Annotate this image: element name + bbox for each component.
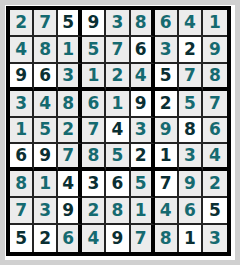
cell-r4c8[interactable]: 5 bbox=[179, 91, 203, 118]
cell-r6c1[interactable]: 6 bbox=[10, 144, 34, 171]
cell-r1c6[interactable]: 8 bbox=[131, 10, 155, 37]
cell-r9c8[interactable]: 1 bbox=[179, 225, 203, 252]
cell-r7c7[interactable]: 7 bbox=[155, 171, 179, 198]
cell-r6c7[interactable]: 1 bbox=[155, 144, 179, 171]
cell-r1c1[interactable]: 2 bbox=[10, 10, 34, 37]
cell-r8c3[interactable]: 9 bbox=[58, 198, 82, 225]
cell-r4c7[interactable]: 2 bbox=[155, 91, 179, 118]
cell-r4c6[interactable]: 9 bbox=[131, 91, 155, 118]
cell-r7c6[interactable]: 5 bbox=[131, 171, 155, 198]
cell-r5c3[interactable]: 2 bbox=[58, 118, 82, 145]
cell-r2c7[interactable]: 3 bbox=[155, 37, 179, 64]
cell-r3c3[interactable]: 3 bbox=[58, 64, 82, 91]
cell-r6c5[interactable]: 5 bbox=[106, 144, 130, 171]
cell-r5c7[interactable]: 9 bbox=[155, 118, 179, 145]
cell-r5c4[interactable]: 7 bbox=[82, 118, 106, 145]
cell-r3c8[interactable]: 7 bbox=[179, 64, 203, 91]
cell-r4c1[interactable]: 3 bbox=[10, 91, 34, 118]
cell-r3c9[interactable]: 8 bbox=[203, 64, 227, 91]
cell-r4c2[interactable]: 4 bbox=[34, 91, 58, 118]
cell-r2c6[interactable]: 6 bbox=[131, 37, 155, 64]
cell-r2c2[interactable]: 8 bbox=[34, 37, 58, 64]
cell-r3c4[interactable]: 1 bbox=[82, 64, 106, 91]
cell-r9c7[interactable]: 8 bbox=[155, 225, 179, 252]
cell-r9c4[interactable]: 4 bbox=[82, 225, 106, 252]
cell-r9c2[interactable]: 2 bbox=[34, 225, 58, 252]
cell-r5c2[interactable]: 5 bbox=[34, 118, 58, 145]
cell-r1c2[interactable]: 7 bbox=[34, 10, 58, 37]
cell-r2c4[interactable]: 5 bbox=[82, 37, 106, 64]
cell-r6c9[interactable]: 4 bbox=[203, 144, 227, 171]
board-frame: 2759386414815763299631245783486192571527… bbox=[0, 0, 240, 265]
cell-r2c9[interactable]: 9 bbox=[203, 37, 227, 64]
cell-r4c4[interactable]: 6 bbox=[82, 91, 106, 118]
cell-r7c8[interactable]: 9 bbox=[179, 171, 203, 198]
cell-r4c5[interactable]: 1 bbox=[106, 91, 130, 118]
cell-r6c8[interactable]: 3 bbox=[179, 144, 203, 171]
cell-r5c5[interactable]: 4 bbox=[106, 118, 130, 145]
cell-r7c3[interactable]: 4 bbox=[58, 171, 82, 198]
cell-r3c5[interactable]: 2 bbox=[106, 64, 130, 91]
cell-r5c9[interactable]: 6 bbox=[203, 118, 227, 145]
cell-r4c3[interactable]: 8 bbox=[58, 91, 82, 118]
cell-r7c9[interactable]: 2 bbox=[203, 171, 227, 198]
cell-r8c9[interactable]: 5 bbox=[203, 198, 227, 225]
cell-r9c6[interactable]: 7 bbox=[131, 225, 155, 252]
cell-r1c7[interactable]: 6 bbox=[155, 10, 179, 37]
cell-r1c9[interactable]: 1 bbox=[203, 10, 227, 37]
cell-r2c5[interactable]: 7 bbox=[106, 37, 130, 64]
cell-r9c3[interactable]: 6 bbox=[58, 225, 82, 252]
cell-r7c1[interactable]: 8 bbox=[10, 171, 34, 198]
cell-r9c9[interactable]: 3 bbox=[203, 225, 227, 252]
cell-r3c2[interactable]: 6 bbox=[34, 64, 58, 91]
cell-r6c3[interactable]: 7 bbox=[58, 144, 82, 171]
cell-r9c5[interactable]: 9 bbox=[106, 225, 130, 252]
cell-r1c8[interactable]: 4 bbox=[179, 10, 203, 37]
cell-r9c1[interactable]: 5 bbox=[10, 225, 34, 252]
cell-r2c8[interactable]: 2 bbox=[179, 37, 203, 64]
cell-r7c4[interactable]: 3 bbox=[82, 171, 106, 198]
cell-r8c1[interactable]: 7 bbox=[10, 198, 34, 225]
cell-r1c3[interactable]: 5 bbox=[58, 10, 82, 37]
cell-r8c7[interactable]: 4 bbox=[155, 198, 179, 225]
cell-r8c2[interactable]: 3 bbox=[34, 198, 58, 225]
cell-r3c7[interactable]: 5 bbox=[155, 64, 179, 91]
cell-r1c5[interactable]: 3 bbox=[106, 10, 130, 37]
cell-r6c2[interactable]: 9 bbox=[34, 144, 58, 171]
cell-r8c8[interactable]: 6 bbox=[179, 198, 203, 225]
cell-r2c3[interactable]: 1 bbox=[58, 37, 82, 64]
cell-r8c6[interactable]: 1 bbox=[131, 198, 155, 225]
cell-r5c6[interactable]: 3 bbox=[131, 118, 155, 145]
cell-r5c8[interactable]: 8 bbox=[179, 118, 203, 145]
sudoku-board: 2759386414815763299631245783486192571527… bbox=[6, 6, 231, 256]
cell-r3c1[interactable]: 9 bbox=[10, 64, 34, 91]
cell-r2c1[interactable]: 4 bbox=[10, 37, 34, 64]
cell-r7c5[interactable]: 6 bbox=[106, 171, 130, 198]
cell-r3c6[interactable]: 4 bbox=[131, 64, 155, 91]
cell-r7c2[interactable]: 1 bbox=[34, 171, 58, 198]
cell-r8c4[interactable]: 2 bbox=[82, 198, 106, 225]
cell-r5c1[interactable]: 1 bbox=[10, 118, 34, 145]
cell-r6c6[interactable]: 2 bbox=[131, 144, 155, 171]
cell-r1c4[interactable]: 9 bbox=[82, 10, 106, 37]
cell-r4c9[interactable]: 7 bbox=[203, 91, 227, 118]
cell-r6c4[interactable]: 8 bbox=[82, 144, 106, 171]
cell-r8c5[interactable]: 8 bbox=[106, 198, 130, 225]
